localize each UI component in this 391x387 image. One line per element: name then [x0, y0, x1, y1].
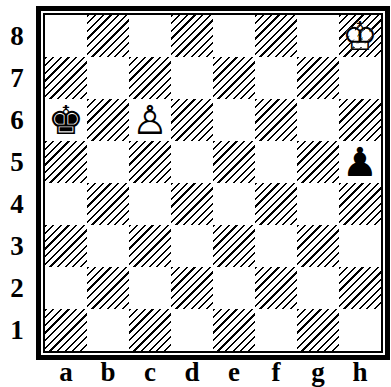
square-b7[interactable]	[87, 57, 129, 99]
piece-black-pawn-h5[interactable]: ♟♟	[339, 141, 381, 183]
square-c7[interactable]	[129, 57, 171, 99]
square-d1[interactable]	[171, 309, 213, 351]
square-f1[interactable]	[255, 309, 297, 351]
square-a5[interactable]	[45, 141, 87, 183]
rank-label-2: 2	[0, 267, 34, 309]
square-a7[interactable]	[45, 57, 87, 99]
file-label-d: d	[171, 358, 213, 386]
file-labels: abcdefgh	[45, 358, 381, 386]
white-pawn-icon: ♙	[129, 99, 171, 141]
square-b2[interactable]	[87, 267, 129, 309]
board-frame: ♚♔♚♚♟♙♟♟	[36, 6, 390, 360]
square-d3[interactable]	[171, 225, 213, 267]
square-b6[interactable]	[87, 99, 129, 141]
square-g6[interactable]	[297, 99, 339, 141]
rank-label-5: 5	[0, 141, 34, 183]
square-f2[interactable]	[255, 267, 297, 309]
square-a4[interactable]	[45, 183, 87, 225]
square-d2[interactable]	[171, 267, 213, 309]
square-h3[interactable]	[339, 225, 381, 267]
square-h2[interactable]	[339, 267, 381, 309]
square-a2[interactable]	[45, 267, 87, 309]
square-g4[interactable]	[297, 183, 339, 225]
square-d6[interactable]	[171, 99, 213, 141]
square-c4[interactable]	[129, 183, 171, 225]
rank-labels: 87654321	[0, 15, 34, 351]
square-h6[interactable]	[339, 99, 381, 141]
square-f8[interactable]	[255, 15, 297, 57]
file-label-e: e	[213, 358, 255, 386]
square-g1[interactable]	[297, 309, 339, 351]
file-label-b: b	[87, 358, 129, 386]
square-e2[interactable]	[213, 267, 255, 309]
square-e7[interactable]	[213, 57, 255, 99]
square-b4[interactable]	[87, 183, 129, 225]
square-g5[interactable]	[297, 141, 339, 183]
square-c8[interactable]	[129, 15, 171, 57]
board-inner-border: ♚♔♚♚♟♙♟♟	[43, 13, 383, 353]
square-d4[interactable]	[171, 183, 213, 225]
file-label-c: c	[129, 358, 171, 386]
piece-white-king-h8[interactable]: ♚♔	[339, 15, 381, 57]
square-a6[interactable]: ♚♚	[45, 99, 87, 141]
rank-label-8: 8	[0, 15, 34, 57]
square-c5[interactable]	[129, 141, 171, 183]
file-label-h: h	[339, 358, 381, 386]
square-e1[interactable]	[213, 309, 255, 351]
piece-black-king-a6[interactable]: ♚♚	[45, 99, 87, 141]
square-d7[interactable]	[171, 57, 213, 99]
file-label-f: f	[255, 358, 297, 386]
white-king-icon: ♔	[339, 15, 381, 57]
square-a3[interactable]	[45, 225, 87, 267]
square-b3[interactable]	[87, 225, 129, 267]
square-a8[interactable]	[45, 15, 87, 57]
file-label-g: g	[297, 358, 339, 386]
rank-label-6: 6	[0, 99, 34, 141]
square-e5[interactable]	[213, 141, 255, 183]
rank-label-4: 4	[0, 183, 34, 225]
square-c3[interactable]	[129, 225, 171, 267]
square-f3[interactable]	[255, 225, 297, 267]
square-e4[interactable]	[213, 183, 255, 225]
square-g2[interactable]	[297, 267, 339, 309]
square-g7[interactable]	[297, 57, 339, 99]
rank-label-1: 1	[0, 309, 34, 351]
square-g8[interactable]	[297, 15, 339, 57]
square-h4[interactable]	[339, 183, 381, 225]
black-pawn-icon: ♟	[339, 141, 381, 183]
square-h1[interactable]	[339, 309, 381, 351]
square-f4[interactable]	[255, 183, 297, 225]
square-d8[interactable]	[171, 15, 213, 57]
rank-label-7: 7	[0, 57, 34, 99]
chess-diagram: 87654321 ♚♔♚♚♟♙♟♟ abcdefgh	[0, 0, 391, 387]
square-f5[interactable]	[255, 141, 297, 183]
square-c2[interactable]	[129, 267, 171, 309]
rank-label-3: 3	[0, 225, 34, 267]
square-h5[interactable]: ♟♟	[339, 141, 381, 183]
square-e3[interactable]	[213, 225, 255, 267]
black-king-icon: ♚	[45, 99, 87, 141]
square-f6[interactable]	[255, 99, 297, 141]
piece-white-pawn-c6[interactable]: ♟♙	[129, 99, 171, 141]
square-b5[interactable]	[87, 141, 129, 183]
square-f7[interactable]	[255, 57, 297, 99]
square-e8[interactable]	[213, 15, 255, 57]
chess-board: ♚♔♚♚♟♙♟♟	[45, 15, 381, 351]
square-h8[interactable]: ♚♔	[339, 15, 381, 57]
square-c1[interactable]	[129, 309, 171, 351]
square-g3[interactable]	[297, 225, 339, 267]
square-a1[interactable]	[45, 309, 87, 351]
square-c6[interactable]: ♟♙	[129, 99, 171, 141]
file-label-a: a	[45, 358, 87, 386]
square-h7[interactable]	[339, 57, 381, 99]
square-b8[interactable]	[87, 15, 129, 57]
square-b1[interactable]	[87, 309, 129, 351]
square-e6[interactable]	[213, 99, 255, 141]
square-d5[interactable]	[171, 141, 213, 183]
